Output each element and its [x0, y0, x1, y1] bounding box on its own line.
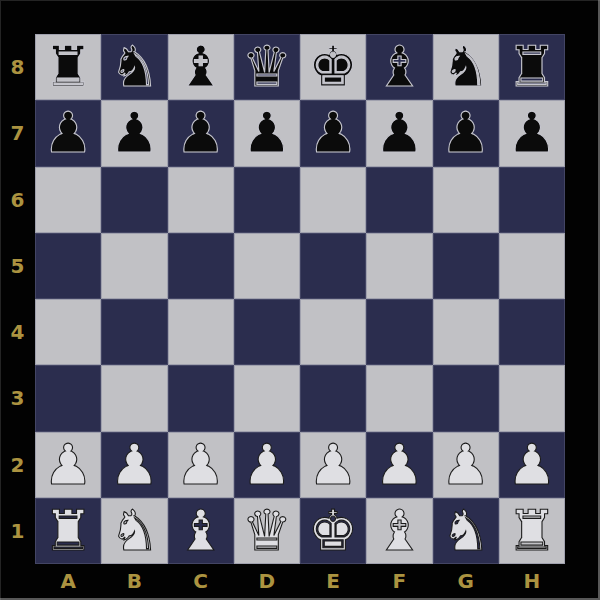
square-a2[interactable]: ♟	[35, 432, 101, 498]
square-e1[interactable]: ♚	[300, 498, 366, 564]
black-rook[interactable]: ♜	[507, 39, 557, 95]
white-bishop[interactable]: ♝	[176, 503, 226, 559]
square-g1[interactable]: ♞	[433, 498, 499, 564]
rank-label-3: 3	[0, 365, 35, 431]
black-rook[interactable]: ♜	[43, 39, 93, 95]
square-h8[interactable]: ♜	[499, 34, 565, 100]
white-pawn[interactable]: ♟	[308, 437, 358, 493]
square-a4[interactable]	[35, 299, 101, 365]
square-g6[interactable]	[433, 167, 499, 233]
file-labels: ABCDEFGH	[35, 564, 565, 597]
square-b4[interactable]	[101, 299, 167, 365]
square-c1[interactable]: ♝	[168, 498, 234, 564]
white-knight[interactable]: ♞	[441, 503, 491, 559]
square-h1[interactable]: ♜	[499, 498, 565, 564]
square-d7[interactable]: ♟	[234, 100, 300, 166]
white-pawn[interactable]: ♟	[109, 437, 159, 493]
square-h3[interactable]	[499, 365, 565, 431]
rank-label-2: 2	[0, 432, 35, 498]
white-knight[interactable]: ♞	[109, 503, 159, 559]
square-f4[interactable]	[366, 299, 432, 365]
square-h4[interactable]	[499, 299, 565, 365]
black-pawn[interactable]: ♟	[374, 105, 424, 161]
square-g2[interactable]: ♟	[433, 432, 499, 498]
rank-label-8: 8	[0, 34, 35, 100]
black-bishop[interactable]: ♝	[374, 39, 424, 95]
square-h2[interactable]: ♟	[499, 432, 565, 498]
square-e2[interactable]: ♟	[300, 432, 366, 498]
square-e3[interactable]	[300, 365, 366, 431]
square-d5[interactable]	[234, 233, 300, 299]
white-pawn[interactable]: ♟	[507, 437, 557, 493]
chess-app-window: 87654321 ♜♞♝♛♚♝♞♜♟♟♟♟♟♟♟♟♟♟♟♟♟♟♟♟♜♞♝♛♚♝♞…	[0, 0, 600, 600]
black-knight[interactable]: ♞	[109, 39, 159, 95]
square-a7[interactable]: ♟	[35, 100, 101, 166]
black-pawn[interactable]: ♟	[176, 105, 226, 161]
square-a8[interactable]: ♜	[35, 34, 101, 100]
white-queen[interactable]: ♛	[242, 503, 292, 559]
white-pawn[interactable]: ♟	[176, 437, 226, 493]
square-d6[interactable]	[234, 167, 300, 233]
white-king[interactable]: ♚	[308, 503, 358, 559]
square-f5[interactable]	[366, 233, 432, 299]
black-pawn[interactable]: ♟	[441, 105, 491, 161]
file-label-h: H	[499, 564, 565, 597]
square-c8[interactable]: ♝	[168, 34, 234, 100]
rank-labels: 87654321	[0, 34, 35, 564]
square-g5[interactable]	[433, 233, 499, 299]
rank-label-4: 4	[0, 299, 35, 365]
file-label-d: D	[234, 564, 300, 597]
file-label-e: E	[300, 564, 366, 597]
square-d3[interactable]	[234, 365, 300, 431]
square-e8[interactable]: ♚	[300, 34, 366, 100]
square-e6[interactable]	[300, 167, 366, 233]
square-c5[interactable]	[168, 233, 234, 299]
rank-label-1: 1	[0, 498, 35, 564]
square-b2[interactable]: ♟	[101, 432, 167, 498]
square-g8[interactable]: ♞	[433, 34, 499, 100]
file-label-b: B	[101, 564, 167, 597]
black-pawn[interactable]: ♟	[109, 105, 159, 161]
white-rook[interactable]: ♜	[507, 503, 557, 559]
black-pawn[interactable]: ♟	[507, 105, 557, 161]
white-pawn[interactable]: ♟	[374, 437, 424, 493]
white-bishop[interactable]: ♝	[374, 503, 424, 559]
rank-label-7: 7	[0, 100, 35, 166]
square-f1[interactable]: ♝	[366, 498, 432, 564]
square-c7[interactable]: ♟	[168, 100, 234, 166]
black-bishop[interactable]: ♝	[176, 39, 226, 95]
white-pawn[interactable]: ♟	[43, 437, 93, 493]
square-a3[interactable]	[35, 365, 101, 431]
square-d8[interactable]: ♛	[234, 34, 300, 100]
black-pawn[interactable]: ♟	[242, 105, 292, 161]
square-f7[interactable]: ♟	[366, 100, 432, 166]
white-rook[interactable]: ♜	[43, 503, 93, 559]
square-b1[interactable]: ♞	[101, 498, 167, 564]
square-b6[interactable]	[101, 167, 167, 233]
white-pawn[interactable]: ♟	[441, 437, 491, 493]
square-f8[interactable]: ♝	[366, 34, 432, 100]
square-b8[interactable]: ♞	[101, 34, 167, 100]
file-label-c: C	[168, 564, 234, 597]
square-h6[interactable]	[499, 167, 565, 233]
square-d1[interactable]: ♛	[234, 498, 300, 564]
rank-label-5: 5	[0, 233, 35, 299]
square-d4[interactable]	[234, 299, 300, 365]
square-g4[interactable]	[433, 299, 499, 365]
square-c4[interactable]	[168, 299, 234, 365]
square-g3[interactable]	[433, 365, 499, 431]
square-f6[interactable]	[366, 167, 432, 233]
square-f2[interactable]: ♟	[366, 432, 432, 498]
black-pawn[interactable]: ♟	[43, 105, 93, 161]
square-a1[interactable]: ♜	[35, 498, 101, 564]
square-a6[interactable]	[35, 167, 101, 233]
white-pawn[interactable]: ♟	[242, 437, 292, 493]
square-c2[interactable]: ♟	[168, 432, 234, 498]
file-label-a: A	[35, 564, 101, 597]
square-e4[interactable]	[300, 299, 366, 365]
square-b3[interactable]	[101, 365, 167, 431]
file-label-g: G	[433, 564, 499, 597]
square-b7[interactable]: ♟	[101, 100, 167, 166]
chess-board[interactable]: ♜♞♝♛♚♝♞♜♟♟♟♟♟♟♟♟♟♟♟♟♟♟♟♟♜♞♝♛♚♝♞♜	[35, 34, 565, 564]
square-h7[interactable]: ♟	[499, 100, 565, 166]
square-e7[interactable]: ♟	[300, 100, 366, 166]
rank-label-6: 6	[0, 167, 35, 233]
black-king[interactable]: ♚	[308, 39, 358, 95]
file-label-f: F	[366, 564, 432, 597]
square-h5[interactable]	[499, 233, 565, 299]
black-pawn[interactable]: ♟	[308, 105, 358, 161]
square-c6[interactable]	[168, 167, 234, 233]
square-e5[interactable]	[300, 233, 366, 299]
square-a5[interactable]	[35, 233, 101, 299]
square-g7[interactable]: ♟	[433, 100, 499, 166]
black-knight[interactable]: ♞	[441, 39, 491, 95]
square-d2[interactable]: ♟	[234, 432, 300, 498]
square-f3[interactable]	[366, 365, 432, 431]
square-b5[interactable]	[101, 233, 167, 299]
black-queen[interactable]: ♛	[242, 39, 292, 95]
square-c3[interactable]	[168, 365, 234, 431]
